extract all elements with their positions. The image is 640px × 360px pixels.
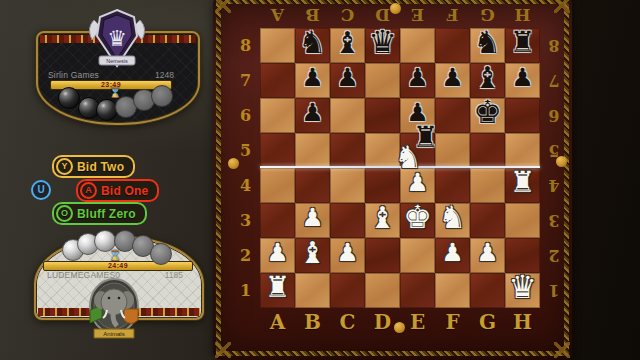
bid-two-button[interactable]: Y Bid Two — [52, 155, 135, 178]
bluff-zero-label: Bluff Zero — [77, 207, 136, 221]
file-label-c-top: C — [330, 3, 365, 27]
frame-dot-icon — [228, 158, 239, 169]
undo-button[interactable]: U — [31, 180, 51, 200]
square-c4[interactable] — [330, 168, 365, 203]
file-label-b-bottom: B — [295, 307, 330, 337]
crest-orange-shield — [124, 309, 138, 324]
rank-label-7-left: 7 — [233, 63, 258, 98]
black-pawn-f7[interactable]: ♟ — [435, 60, 470, 95]
file-label-e-top: E — [400, 3, 435, 27]
square-g4[interactable] — [470, 168, 505, 203]
rank-label-8-right: 8 — [543, 28, 565, 63]
white-pawn-b3[interactable]: ♟ — [295, 200, 330, 235]
white-queen-h1[interactable]: ♛ — [505, 270, 540, 305]
rank-label-3-right: 3 — [543, 203, 565, 238]
rope-border-left — [216, 0, 221, 356]
white-rook-h4[interactable]: ♜ — [505, 165, 540, 200]
frame-dot-icon — [394, 322, 405, 333]
square-e8[interactable] — [400, 28, 435, 63]
o-button-icon: O — [56, 205, 73, 222]
white-pawn-g2[interactable]: ♟ — [470, 235, 505, 270]
white-rook-a1[interactable]: ♜ — [260, 270, 295, 305]
square-d7[interactable] — [365, 63, 400, 98]
square-a7[interactable] — [260, 63, 295, 98]
file-label-d-bottom: D — [365, 307, 400, 337]
square-c1[interactable] — [330, 273, 365, 308]
bottom-player-clock: 24:49 — [43, 261, 193, 271]
rank-label-6-right: 6 — [543, 98, 565, 133]
bottom-stone-3-silver — [94, 230, 116, 252]
black-rook-h8[interactable]: ♜ — [505, 25, 540, 60]
file-label-h-bottom: H — [505, 307, 540, 337]
white-bishop-d3[interactable]: ♝ — [365, 200, 400, 235]
rope-corner-icon — [554, 342, 570, 358]
rope-border-bottom — [217, 351, 568, 356]
rank-label-2-right: 2 — [543, 238, 565, 273]
square-d6[interactable] — [365, 98, 400, 133]
bluff-zero-button[interactable]: O Bluff Zero — [52, 202, 147, 225]
rope-corner-icon — [215, 342, 231, 358]
file-label-a-bottom: A — [260, 307, 295, 337]
rope-corner-icon — [215, 0, 231, 13]
black-knight-g8[interactable]: ♞ — [470, 25, 505, 60]
white-pawn-c2[interactable]: ♟ — [330, 235, 365, 270]
rank-label-3-left: 3 — [233, 203, 258, 238]
white-knight-e5[interactable]: ♞ — [391, 140, 426, 175]
top-army-crest: ♛ Nemesis — [84, 6, 150, 72]
bid-two-label: Bid Two — [77, 160, 124, 174]
bottom-army-banner-label: Animals — [103, 331, 124, 337]
square-a6[interactable] — [260, 98, 295, 133]
black-bishop-g7[interactable]: ♝ — [470, 60, 505, 95]
y-button-icon: Y — [56, 158, 73, 175]
square-h5[interactable] — [505, 133, 540, 168]
black-bishop-c8[interactable]: ♝ — [330, 25, 365, 60]
square-f4[interactable] — [435, 168, 470, 203]
square-b4[interactable] — [295, 168, 330, 203]
square-e1[interactable] — [400, 273, 435, 308]
black-pawn-c7[interactable]: ♟ — [330, 60, 365, 95]
top-stone-1-dark — [58, 87, 80, 109]
bid-one-label: Bid One — [101, 184, 148, 198]
black-knight-b8[interactable]: ♞ — [295, 25, 330, 60]
square-c5[interactable] — [330, 133, 365, 168]
black-pawn-h7[interactable]: ♟ — [505, 60, 540, 95]
black-king-g6[interactable]: ♚ — [470, 95, 505, 130]
square-e2[interactable] — [400, 238, 435, 273]
rank-label-1-right: 1 — [543, 273, 565, 308]
rank-label-1-left: 1 — [233, 273, 258, 308]
file-label-e-bottom: E — [400, 307, 435, 337]
square-a4[interactable] — [260, 168, 295, 203]
black-pawn-e7[interactable]: ♟ — [400, 60, 435, 95]
frame-dot-icon — [556, 156, 567, 167]
square-b1[interactable] — [295, 273, 330, 308]
rank-label-6-left: 6 — [233, 98, 258, 133]
square-f8[interactable] — [435, 28, 470, 63]
rank-label-4-right: 4 — [543, 168, 565, 203]
rank-label-8-left: 8 — [233, 28, 258, 63]
square-f1[interactable] — [435, 273, 470, 308]
top-army-banner-label: Nemesis — [106, 58, 128, 64]
bid-one-button[interactable]: A Bid One — [76, 179, 159, 202]
white-bishop-b2[interactable]: ♝ — [295, 235, 330, 270]
square-b5[interactable] — [295, 133, 330, 168]
file-label-a-top: A — [260, 3, 295, 27]
bottom-army-crest: Animals — [86, 276, 142, 342]
white-pawn-f2[interactable]: ♟ — [435, 235, 470, 270]
white-knight-f3[interactable]: ♞ — [435, 200, 470, 235]
hourglass-icon: ⌛ — [109, 87, 121, 99]
square-a5[interactable] — [260, 133, 295, 168]
square-h3[interactable] — [505, 203, 540, 238]
black-pawn-b7[interactable]: ♟ — [295, 60, 330, 95]
hourglass-icon: ⌛ — [109, 250, 121, 262]
game-screen: AABBCCDDEEFFGGHH8877665544332211 ♞♝♛♞♜♟♟… — [0, 0, 640, 360]
rope-corner-icon — [554, 0, 570, 13]
square-g1[interactable] — [470, 273, 505, 308]
rank-label-4-left: 4 — [233, 168, 258, 203]
a-button-icon: A — [80, 182, 97, 199]
file-label-g-bottom: G — [470, 307, 505, 337]
top-stone-6-off — [151, 85, 173, 107]
bottom-stone-6-spent — [150, 243, 172, 265]
white-king-e3[interactable]: ♚ — [400, 200, 435, 235]
square-c6[interactable] — [330, 98, 365, 133]
rank-label-2-left: 2 — [233, 238, 258, 273]
file-label-f-top: F — [435, 3, 470, 27]
square-c3[interactable] — [330, 203, 365, 238]
square-d2[interactable] — [365, 238, 400, 273]
black-pawn-b6[interactable]: ♟ — [295, 95, 330, 130]
frame-dot-icon — [390, 3, 401, 14]
file-label-h-top: H — [505, 3, 540, 27]
square-g3[interactable] — [470, 203, 505, 238]
white-pawn-a2[interactable]: ♟ — [260, 235, 295, 270]
square-a3[interactable] — [260, 203, 295, 238]
file-label-f-bottom: F — [435, 307, 470, 337]
black-queen-d8[interactable]: ♛ — [365, 25, 400, 60]
square-a8[interactable] — [260, 28, 295, 63]
square-h6[interactable] — [505, 98, 540, 133]
file-label-c-bottom: C — [330, 307, 365, 337]
rank-label-7-right: 7 — [543, 63, 565, 98]
crest-queen-icon: ♛ — [107, 26, 127, 51]
square-g5[interactable] — [470, 133, 505, 168]
square-d1[interactable] — [365, 273, 400, 308]
